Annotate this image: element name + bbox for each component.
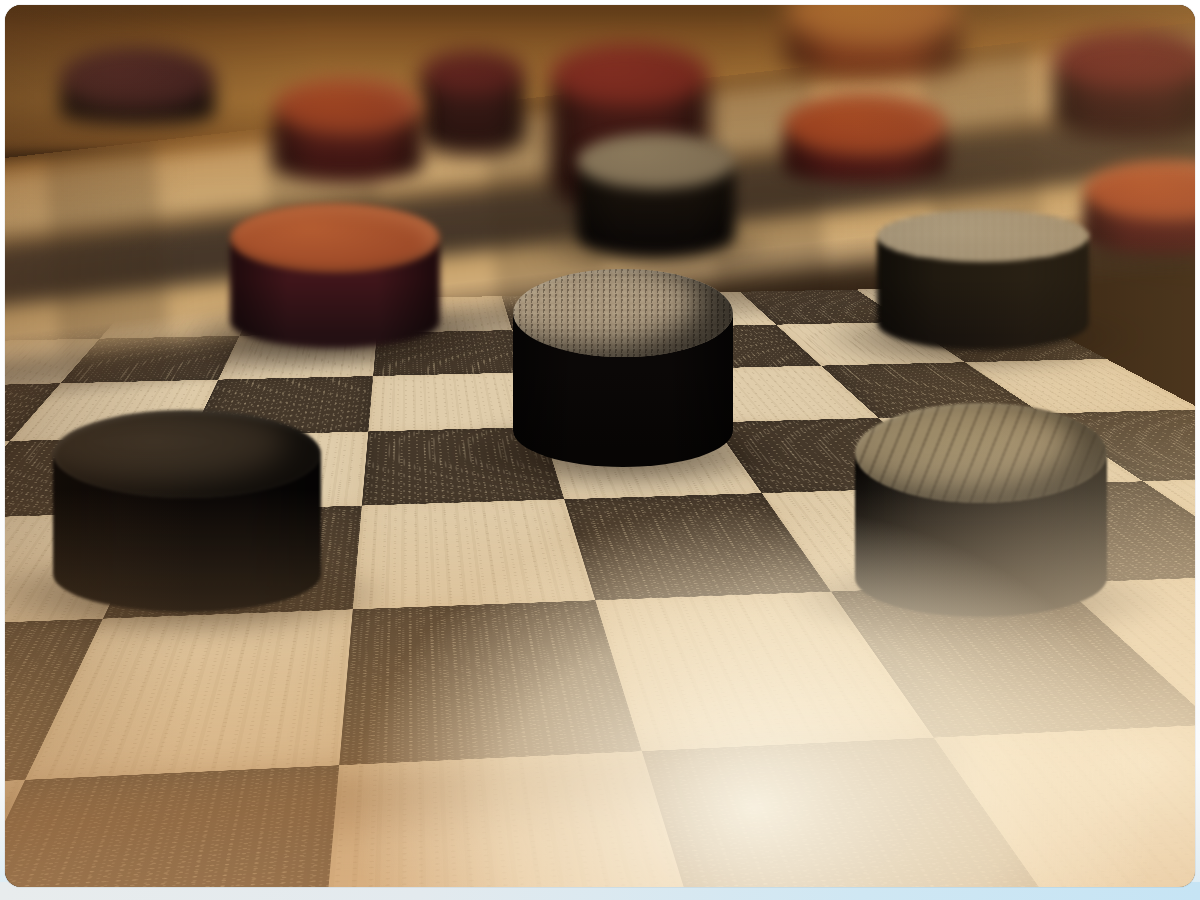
piece-top: ⛂	[273, 77, 423, 137]
checker-piece-red: ⛂	[420, 50, 525, 155]
piece-top: ⛂	[550, 43, 710, 107]
checker-piece-red: ⛂	[785, 5, 960, 77]
piece-top: ⛀	[53, 410, 321, 498]
piece-top: ⛀	[60, 47, 215, 107]
checker-piece-red: ⛂	[230, 203, 440, 348]
piece-top: ⛂	[783, 93, 948, 157]
checkers-photo-card[interactable]: ⛂⛀⛂⛂⛂⛂⛂⛀⛂⛂⛀⛀⛀⛀	[5, 5, 1195, 887]
checker-piece-dark: ⛀	[513, 269, 733, 467]
piece-top: ⛀	[855, 403, 1107, 503]
checker-piece-dark: ⛀	[855, 403, 1107, 617]
checker-piece-dark: ⛀	[577, 133, 735, 258]
checker-piece-red: ⛂	[783, 93, 948, 183]
piece-top: ⛂	[420, 50, 525, 96]
checker-piece-red: ⛂	[1083, 160, 1195, 255]
checker-piece-dark: ⛀	[53, 410, 321, 612]
pieces-layer: ⛂⛀⛂⛂⛂⛂⛂⛀⛂⛂⛀⛀⛀⛀	[5, 5, 1195, 887]
checker-piece-dark: ⛀	[60, 47, 215, 125]
piece-top: ⛀	[877, 210, 1089, 262]
checker-piece-red: ⛂	[273, 77, 423, 182]
checker-piece-red: ⛂	[1053, 30, 1195, 140]
piece-top: ⛀	[577, 133, 735, 189]
checker-piece-dark: ⛀	[877, 210, 1089, 350]
piece-top: ⛀	[513, 269, 733, 357]
piece-top: ⛂	[230, 203, 440, 273]
